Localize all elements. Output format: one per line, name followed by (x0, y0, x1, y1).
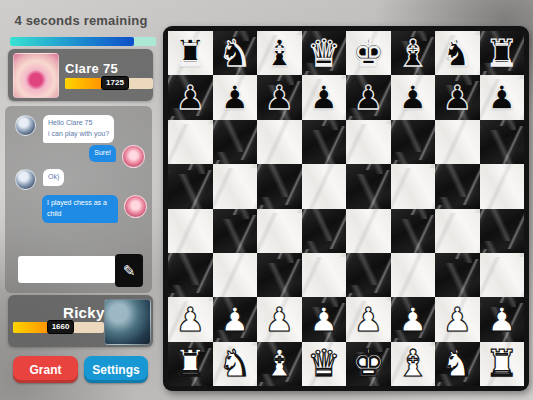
piece-black-pawn[interactable]: ♟ (220, 81, 250, 114)
square-a8[interactable]: ♜ (168, 31, 213, 75)
grant-button[interactable]: Grant (13, 356, 78, 383)
piece-white-pawn[interactable]: ♟ (353, 303, 383, 336)
chat-panel: Hello Clare 75 i can play with you?Sure!… (5, 106, 152, 293)
square-d1[interactable]: ♛ (302, 342, 347, 386)
chess-board-frame: ♜♞♝♛♚♝♞♜♟♟♟♟♟♟♟♟♟♟♟♟♟♟♟♟♜♞♝♛♚♝♞♜ (163, 26, 529, 391)
square-e2[interactable]: ♟ (346, 297, 391, 341)
self-xp-bar: 1660 (13, 322, 104, 333)
square-h1[interactable]: ♜ (480, 342, 525, 386)
own-avatar (124, 195, 147, 218)
chat-bubble: Sure! (89, 145, 116, 162)
opponent-name: Clare 75 (65, 61, 118, 76)
piece-black-queen[interactable]: ♛ (307, 35, 340, 72)
piece-black-pawn[interactable]: ♟ (442, 81, 472, 114)
piece-white-pawn[interactable]: ♟ (442, 303, 472, 336)
square-e6[interactable] (346, 120, 391, 164)
square-b1[interactable]: ♞ (213, 342, 258, 386)
square-b7[interactable]: ♟ (213, 75, 258, 119)
square-d2[interactable]: ♟ (302, 297, 347, 341)
piece-black-bishop[interactable]: ♝ (263, 35, 296, 72)
square-b8[interactable]: ♞ (213, 31, 258, 75)
send-message-button[interactable]: ✎ (115, 254, 143, 287)
piece-black-knight[interactable]: ♞ (441, 35, 474, 72)
self-rating-badge: 1660 (47, 320, 75, 334)
square-f2[interactable]: ♟ (391, 297, 436, 341)
chat-bubble: I played chess as a child (42, 195, 118, 223)
square-f3[interactable] (391, 253, 436, 297)
piece-white-knight[interactable]: ♞ (218, 345, 251, 382)
square-f8[interactable]: ♝ (391, 31, 436, 75)
square-c4[interactable] (257, 209, 302, 253)
chat-bubble: Ok) (43, 169, 64, 186)
square-h5[interactable] (480, 164, 525, 208)
square-f1[interactable]: ♝ (391, 342, 436, 386)
square-e1[interactable]: ♚ (346, 342, 391, 386)
piece-black-bishop[interactable]: ♝ (396, 35, 429, 72)
square-e4[interactable] (346, 209, 391, 253)
square-c1[interactable]: ♝ (257, 342, 302, 386)
piece-white-pawn[interactable]: ♟ (398, 303, 428, 336)
piece-white-queen[interactable]: ♛ (307, 345, 340, 382)
piece-black-pawn[interactable]: ♟ (264, 81, 294, 114)
square-a3[interactable] (168, 253, 213, 297)
opponent-avatar (13, 53, 59, 98)
piece-white-knight[interactable]: ♞ (441, 345, 474, 382)
game-screen: 4 seconds remaining Clare 75 1725 Hello … (0, 0, 533, 400)
square-f4[interactable] (391, 209, 436, 253)
square-d8[interactable]: ♛ (302, 31, 347, 75)
own-avatar (122, 145, 145, 168)
square-h2[interactable]: ♟ (480, 297, 525, 341)
square-g2[interactable]: ♟ (435, 297, 480, 341)
piece-white-bishop[interactable]: ♝ (263, 345, 296, 382)
piece-black-pawn[interactable]: ♟ (309, 81, 339, 114)
piece-white-pawn[interactable]: ♟ (264, 303, 294, 336)
square-c2[interactable]: ♟ (257, 297, 302, 341)
self-avatar (104, 299, 151, 345)
square-a7[interactable]: ♟ (168, 75, 213, 119)
square-a6[interactable] (168, 120, 213, 164)
chat-message: Sure! (89, 145, 145, 168)
square-h3[interactable] (480, 253, 525, 297)
piece-black-pawn[interactable]: ♟ (175, 81, 205, 114)
timer-progress-fill (10, 37, 134, 46)
opponent-xp-fill (65, 78, 104, 89)
square-f7[interactable]: ♟ (391, 75, 436, 119)
opponent-rating-badge: 1725 (101, 76, 129, 90)
piece-white-pawn[interactable]: ♟ (175, 303, 205, 336)
square-a5[interactable] (168, 164, 213, 208)
self-card: Ricky 1660 (8, 295, 153, 347)
square-b6[interactable] (213, 120, 258, 164)
pencil-icon: ✎ (123, 262, 136, 280)
piece-white-pawn[interactable]: ♟ (487, 303, 517, 336)
chat-message: Hello Clare 75 i can play with you? (15, 115, 114, 143)
piece-black-pawn[interactable]: ♟ (398, 81, 428, 114)
square-f5[interactable] (391, 164, 436, 208)
chat-bubble: Hello Clare 75 i can play with you? (43, 115, 114, 143)
piece-black-rook[interactable]: ♜ (485, 35, 518, 72)
piece-white-rook[interactable]: ♜ (174, 345, 207, 382)
piece-white-pawn[interactable]: ♟ (309, 303, 339, 336)
square-h7[interactable]: ♟ (480, 75, 525, 119)
square-g1[interactable]: ♞ (435, 342, 480, 386)
square-e5[interactable] (346, 164, 391, 208)
square-g6[interactable] (435, 120, 480, 164)
chat-message: I played chess as a child (42, 195, 147, 223)
piece-black-knight[interactable]: ♞ (218, 35, 251, 72)
square-b4[interactable] (213, 209, 258, 253)
square-b2[interactable]: ♟ (213, 297, 258, 341)
self-xp-fill (13, 322, 51, 333)
square-d4[interactable] (302, 209, 347, 253)
square-g4[interactable] (435, 209, 480, 253)
square-h4[interactable] (480, 209, 525, 253)
square-c8[interactable]: ♝ (257, 31, 302, 75)
piece-white-king[interactable]: ♚ (352, 345, 385, 382)
timer-progress-bar (10, 37, 156, 46)
square-c5[interactable] (257, 164, 302, 208)
square-c7[interactable]: ♟ (257, 75, 302, 119)
square-g8[interactable]: ♞ (435, 31, 480, 75)
settings-button[interactable]: Settings (84, 356, 148, 383)
square-d3[interactable] (302, 253, 347, 297)
square-e7[interactable]: ♟ (346, 75, 391, 119)
piece-white-pawn[interactable]: ♟ (220, 303, 250, 336)
square-h8[interactable]: ♜ (480, 31, 525, 75)
square-g7[interactable]: ♟ (435, 75, 480, 119)
chat-message: Ok) (15, 169, 64, 190)
piece-black-pawn[interactable]: ♟ (353, 81, 383, 114)
piece-black-rook[interactable]: ♜ (174, 35, 207, 72)
square-c6[interactable] (257, 120, 302, 164)
square-a1[interactable]: ♜ (168, 342, 213, 386)
piece-black-king[interactable]: ♚ (352, 35, 385, 72)
opponent-xp-bar: 1725 (65, 78, 153, 89)
square-c3[interactable] (257, 253, 302, 297)
sender-avatar (15, 169, 36, 190)
square-g5[interactable] (435, 164, 480, 208)
piece-white-bishop[interactable]: ♝ (396, 345, 429, 382)
square-a2[interactable]: ♟ (168, 297, 213, 341)
square-d6[interactable] (302, 120, 347, 164)
square-e8[interactable]: ♚ (346, 31, 391, 75)
piece-black-pawn[interactable]: ♟ (487, 81, 517, 114)
chat-input[interactable] (18, 256, 116, 283)
square-f6[interactable] (391, 120, 436, 164)
square-a4[interactable] (168, 209, 213, 253)
square-b5[interactable] (213, 164, 258, 208)
square-d7[interactable]: ♟ (302, 75, 347, 119)
timer-label: 4 seconds remaining (0, 13, 162, 28)
square-e3[interactable] (346, 253, 391, 297)
square-b3[interactable] (213, 253, 258, 297)
opponent-card: Clare 75 1725 (8, 49, 153, 101)
chess-board: ♜♞♝♛♚♝♞♜♟♟♟♟♟♟♟♟♟♟♟♟♟♟♟♟♜♞♝♛♚♝♞♜ (168, 31, 524, 386)
square-h6[interactable] (480, 120, 525, 164)
sender-avatar (15, 115, 36, 136)
square-g3[interactable] (435, 253, 480, 297)
square-d5[interactable] (302, 164, 347, 208)
self-name: Ricky (63, 304, 105, 321)
piece-white-rook[interactable]: ♜ (485, 345, 518, 382)
